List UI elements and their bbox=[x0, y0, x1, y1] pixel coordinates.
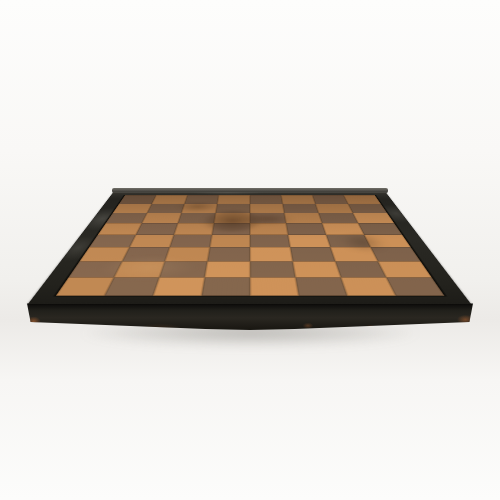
square-c7 bbox=[181, 204, 217, 213]
square-d7 bbox=[215, 204, 249, 213]
square-d1 bbox=[201, 277, 249, 295]
square-b8 bbox=[151, 195, 187, 203]
square-d5 bbox=[212, 223, 250, 234]
square-h6 bbox=[352, 213, 393, 223]
square-d3 bbox=[207, 247, 250, 261]
square-f8 bbox=[281, 195, 315, 203]
chessboard bbox=[28, 192, 471, 304]
square-a6 bbox=[105, 213, 146, 223]
square-c8 bbox=[184, 195, 218, 203]
square-c6 bbox=[177, 213, 215, 223]
square-f5 bbox=[286, 223, 326, 234]
square-g5 bbox=[322, 223, 364, 234]
square-h5 bbox=[358, 223, 402, 234]
square-d8 bbox=[217, 195, 250, 203]
square-h8 bbox=[343, 195, 380, 203]
square-g8 bbox=[312, 195, 348, 203]
square-f2 bbox=[292, 261, 340, 277]
square-f4 bbox=[288, 235, 330, 248]
square-e3 bbox=[250, 247, 293, 261]
square-h4 bbox=[364, 235, 411, 248]
square-g7 bbox=[315, 204, 352, 213]
square-h7 bbox=[348, 204, 387, 213]
square-g6 bbox=[318, 213, 358, 223]
square-b3 bbox=[122, 247, 169, 261]
square-f1 bbox=[295, 277, 347, 295]
square-b1 bbox=[104, 277, 159, 295]
square-e6 bbox=[250, 213, 286, 223]
square-f3 bbox=[290, 247, 335, 261]
square-a5 bbox=[98, 223, 142, 234]
square-b2 bbox=[113, 261, 164, 277]
square-e1 bbox=[250, 277, 298, 295]
square-b5 bbox=[136, 223, 178, 234]
square-c1 bbox=[153, 277, 205, 295]
square-e5 bbox=[250, 223, 288, 234]
square-b6 bbox=[141, 213, 181, 223]
square-e2 bbox=[250, 261, 295, 277]
square-h3 bbox=[370, 247, 420, 261]
square-f7 bbox=[282, 204, 318, 213]
square-e7 bbox=[250, 204, 284, 213]
square-b4 bbox=[129, 235, 174, 248]
square-c4 bbox=[169, 235, 211, 248]
square-d2 bbox=[204, 261, 249, 277]
square-d4 bbox=[209, 235, 249, 248]
product-photo bbox=[0, 0, 500, 500]
square-b7 bbox=[147, 204, 184, 213]
square-g4 bbox=[326, 235, 371, 248]
board-squares bbox=[56, 195, 444, 295]
square-a8 bbox=[119, 195, 156, 203]
square-c3 bbox=[164, 247, 209, 261]
square-e4 bbox=[250, 235, 290, 248]
square-h2 bbox=[377, 261, 431, 277]
square-c2 bbox=[159, 261, 207, 277]
square-c5 bbox=[174, 223, 214, 234]
square-f6 bbox=[284, 213, 322, 223]
square-h1 bbox=[386, 277, 444, 295]
square-d6 bbox=[213, 213, 249, 223]
square-a7 bbox=[112, 204, 151, 213]
square-e8 bbox=[250, 195, 283, 203]
